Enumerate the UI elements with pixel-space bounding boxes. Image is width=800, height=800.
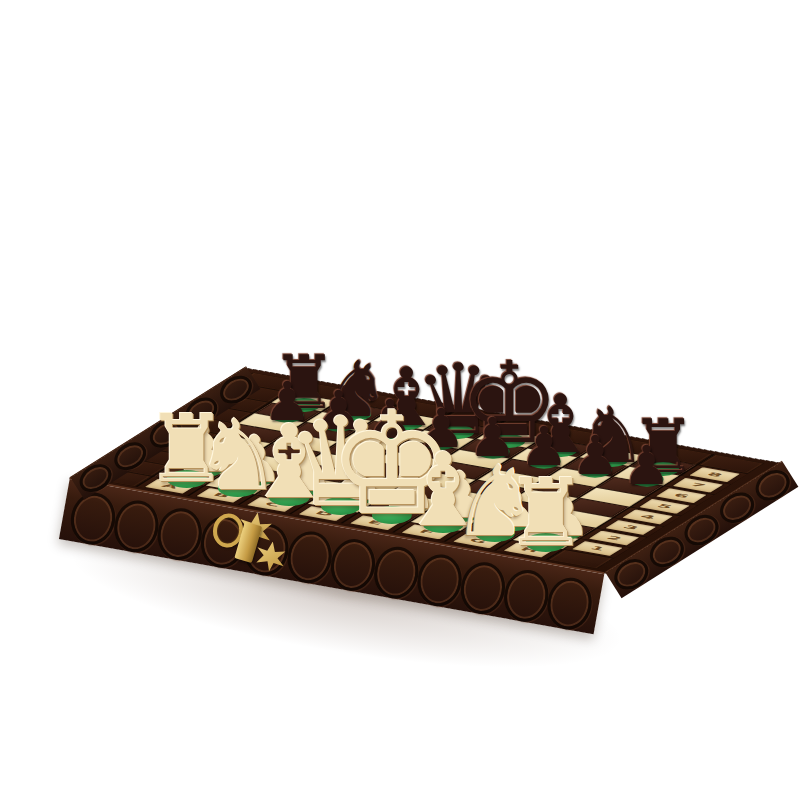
latch-star-plate xyxy=(253,539,288,574)
piece-black-pawn-h7[interactable]: ♟ xyxy=(614,439,679,493)
chess-set-photo: 87654321ABCDEFGH ♜♞♝♛♚♝♞♜♟♟♟♟♟♟♟♟♟♟♟♟♟♟♟… xyxy=(0,0,800,800)
carved-circle-ornament xyxy=(457,558,509,617)
carved-circle-ornament xyxy=(67,489,119,548)
carved-circle-ornament xyxy=(543,574,595,633)
piece-white-rook-h1[interactable]: ♜ xyxy=(490,466,602,559)
carved-circle-ornament xyxy=(500,566,552,625)
carved-circle-ornament xyxy=(154,504,206,563)
pieces-layer: ♜♞♝♛♚♝♞♜♟♟♟♟♟♟♟♟♟♟♟♟♟♟♟♟♜♞♝♛♚♝♞♜ xyxy=(0,0,800,800)
carved-circle-ornament xyxy=(370,543,422,602)
carved-circle-ornament xyxy=(110,496,162,555)
carved-circle-ornament xyxy=(413,550,465,609)
